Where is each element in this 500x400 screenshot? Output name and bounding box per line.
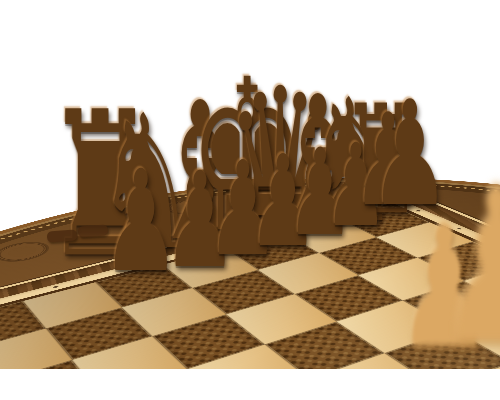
photo-scene: Hand-carved wooden chess set on a round …: [0, 0, 500, 400]
carved-ornament-icon: [47, 229, 78, 242]
carved-ornament-icon: [78, 224, 109, 237]
board-area: ✦✦✦✦✦✦✦✦✦✦✦✦✦✦✦✦✦✦✦✦✦✦✦✦✦✦✦✦✦✦✦✦ ♜♞♝♚♛♝♞…: [0, 0, 500, 369]
pieces-layer: ♜♞♝♚♛♝♞♜♟♟♟♟♟♟♟♟♟♟: [0, 0, 500, 369]
piece-light-pawn[interactable]: ♟: [437, 160, 500, 369]
